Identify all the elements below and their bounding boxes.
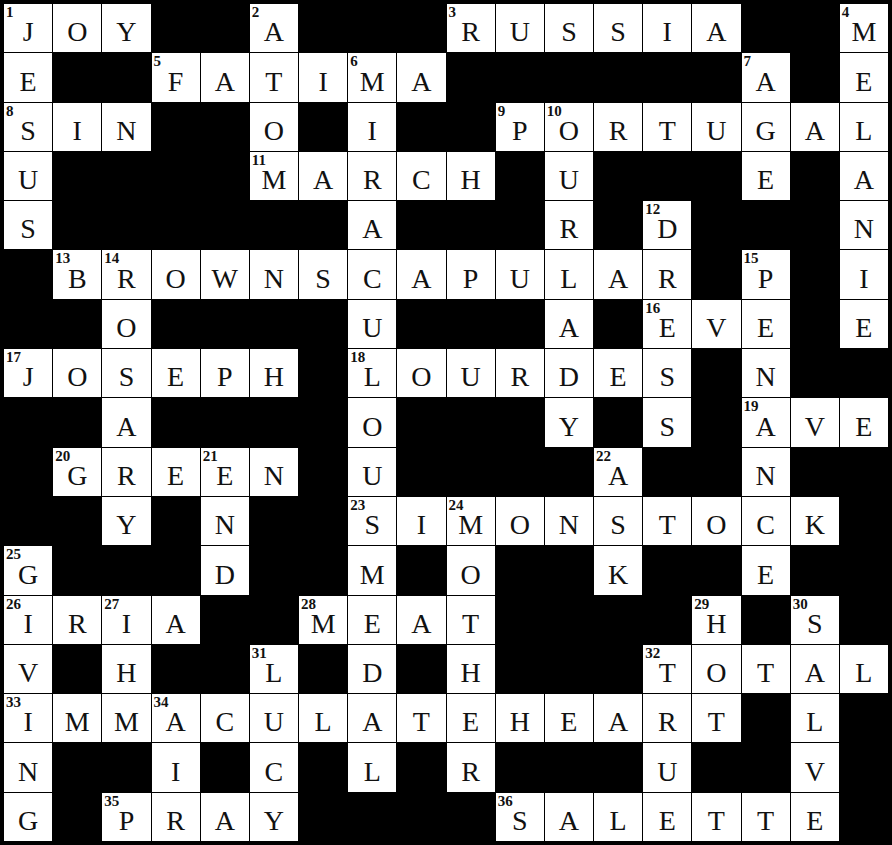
cell-r2c15	[692, 53, 740, 101]
cell-r14c18[interactable]: L	[840, 645, 888, 693]
cell-r13c4[interactable]: A	[152, 596, 200, 644]
cell-r12c18	[840, 546, 888, 594]
cell-r11c5[interactable]: N	[201, 497, 249, 545]
cell-r4c13	[594, 152, 642, 200]
cell-r16c17[interactable]: V	[791, 743, 839, 791]
clue-number: 16	[645, 300, 660, 317]
cell-r10c15	[692, 448, 740, 496]
clue-number: 11	[252, 152, 266, 169]
cell-letter: L	[364, 758, 381, 792]
cell-r6c11[interactable]: U	[496, 250, 544, 298]
cell-r17c3[interactable]: 35P	[102, 793, 150, 841]
cell-r8c6[interactable]: H	[250, 349, 298, 397]
cell-r6c4[interactable]: O	[152, 250, 200, 298]
cell-letter: E	[610, 363, 627, 397]
cell-r14c17[interactable]: A	[791, 645, 839, 693]
cell-letter: E	[757, 314, 774, 348]
cell-r3c13[interactable]: R	[594, 103, 642, 151]
cell-r15c15[interactable]: T	[692, 694, 740, 742]
cell-r10c9	[397, 448, 445, 496]
clue-number: 4	[842, 4, 850, 21]
cell-r14c6[interactable]: 31L	[250, 645, 298, 693]
cell-r14c15[interactable]: O	[692, 645, 740, 693]
cell-r7c14[interactable]: 16E	[643, 300, 691, 348]
cell-r14c3[interactable]: H	[102, 645, 150, 693]
cell-r10c6[interactable]: N	[250, 448, 298, 496]
cell-r3c6[interactable]: O	[250, 103, 298, 151]
cell-letter: R	[560, 215, 579, 249]
cell-r7c10	[447, 300, 495, 348]
cell-letter: G	[67, 462, 87, 496]
cell-r7c6	[250, 300, 298, 348]
cell-r15c9[interactable]: T	[397, 694, 445, 742]
cell-letter: D	[362, 659, 382, 693]
cell-r3c5	[201, 103, 249, 151]
cell-r17c6[interactable]: Y	[250, 793, 298, 841]
cell-r6c15	[692, 250, 740, 298]
cell-r11c9[interactable]: I	[397, 497, 445, 545]
cell-r15c10[interactable]: E	[447, 694, 495, 742]
cell-r15c12[interactable]: E	[545, 694, 593, 742]
cell-r3c12[interactable]: 10O	[545, 103, 593, 151]
cell-r12c17	[791, 546, 839, 594]
cell-r10c4[interactable]: E	[152, 448, 200, 496]
cell-r3c14[interactable]: T	[643, 103, 691, 151]
cell-r17c18	[840, 793, 888, 841]
cell-r12c16[interactable]: E	[742, 546, 790, 594]
cell-r13c17[interactable]: 30S	[791, 596, 839, 644]
cell-r4c16[interactable]: E	[742, 152, 790, 200]
cell-r11c12[interactable]: N	[545, 497, 593, 545]
cell-r15c5[interactable]: C	[201, 694, 249, 742]
cell-r11c4	[152, 497, 200, 545]
cell-letter: O	[411, 363, 431, 397]
cell-letter: A	[116, 413, 136, 447]
cell-r12c8[interactable]: M	[348, 546, 396, 594]
cell-r17c1[interactable]: G	[4, 793, 52, 841]
cell-r3c17[interactable]: A	[791, 103, 839, 151]
cell-letter: U	[362, 462, 382, 496]
cell-letter: A	[215, 68, 235, 102]
cell-r17c4[interactable]: R	[152, 793, 200, 841]
cell-letter: H	[510, 708, 530, 742]
cell-r5c16	[742, 201, 790, 249]
cell-r12c13[interactable]: K	[594, 546, 642, 594]
cell-r3c15[interactable]: U	[692, 103, 740, 151]
cell-r7c12[interactable]: A	[545, 300, 593, 348]
cell-r15c16	[742, 694, 790, 742]
cell-r12c1[interactable]: 25G	[4, 546, 52, 594]
cell-r15c11[interactable]: H	[496, 694, 544, 742]
cell-r4c1[interactable]: U	[4, 152, 52, 200]
cell-r1c10[interactable]: 3R	[447, 4, 495, 52]
cell-r8c10[interactable]: U	[447, 349, 495, 397]
clue-number: 6	[350, 53, 358, 70]
cell-r1c18[interactable]: 4M	[840, 4, 888, 52]
cell-r13c3[interactable]: 27I	[102, 596, 150, 644]
cell-r2c4[interactable]: 5F	[152, 53, 200, 101]
cell-r15c4[interactable]: 34A	[152, 694, 200, 742]
cell-r17c5[interactable]: A	[201, 793, 249, 841]
cell-r9c16[interactable]: 19A	[742, 398, 790, 446]
cell-letter: I	[171, 758, 180, 792]
cell-r16c16	[742, 743, 790, 791]
clue-number: 19	[744, 398, 759, 415]
cell-r11c13[interactable]: S	[594, 497, 642, 545]
cell-r11c15[interactable]: O	[692, 497, 740, 545]
cell-r13c10[interactable]: T	[447, 596, 495, 644]
cell-r8c1[interactable]: 17J	[4, 349, 52, 397]
cell-r16c11	[496, 743, 544, 791]
cell-r10c8[interactable]: U	[348, 448, 396, 496]
cell-r6c10[interactable]: P	[447, 250, 495, 298]
cell-r3c8[interactable]: I	[348, 103, 396, 151]
cell-r2c14	[643, 53, 691, 101]
cell-r3c16[interactable]: G	[742, 103, 790, 151]
cell-r5c10	[447, 201, 495, 249]
cell-r12c10[interactable]: O	[447, 546, 495, 594]
cell-r6c5[interactable]: W	[201, 250, 249, 298]
cell-r11c8[interactable]: 23S	[348, 497, 396, 545]
clue-number: 35	[104, 793, 119, 810]
cell-r15c6[interactable]: U	[250, 694, 298, 742]
cell-r13c8[interactable]: E	[348, 596, 396, 644]
cell-r13c15[interactable]: 29H	[692, 596, 740, 644]
cell-letter: P	[463, 265, 479, 299]
cell-r5c6	[250, 201, 298, 249]
cell-r15c2[interactable]: M	[53, 694, 101, 742]
cell-r17c14[interactable]: E	[643, 793, 691, 841]
cell-r6c16[interactable]: 15P	[742, 250, 790, 298]
cell-r4c3	[102, 152, 150, 200]
cell-r15c14[interactable]: R	[643, 694, 691, 742]
clue-number: 20	[55, 448, 70, 465]
cell-r14c8[interactable]: D	[348, 645, 396, 693]
cell-r2c1[interactable]: E	[4, 53, 52, 101]
cell-r10c1	[4, 448, 52, 496]
cell-letter: U	[264, 708, 284, 742]
cell-r10c13[interactable]: 22A	[594, 448, 642, 496]
cell-r11c14[interactable]: T	[643, 497, 691, 545]
cell-letter: U	[460, 363, 480, 397]
cell-r8c13[interactable]: E	[594, 349, 642, 397]
cell-r3c11[interactable]: 9P	[496, 103, 544, 151]
cell-letter: P	[512, 117, 528, 151]
cell-r8c8[interactable]: 18L	[348, 349, 396, 397]
clue-number: 2	[252, 4, 260, 21]
cell-r2c9[interactable]: A	[397, 53, 445, 101]
clue-number: 25	[6, 546, 21, 563]
clue-number: 30	[793, 596, 808, 613]
clue-number: 26	[6, 596, 21, 613]
cell-r8c9[interactable]: O	[397, 349, 445, 397]
cell-letter: A	[559, 807, 579, 841]
cell-r3c7	[299, 103, 347, 151]
cell-r15c13[interactable]: A	[594, 694, 642, 742]
cell-r13c9[interactable]: A	[397, 596, 445, 644]
clue-number: 14	[104, 250, 119, 267]
cell-r3c3[interactable]: N	[102, 103, 150, 151]
cell-r15c17[interactable]: L	[791, 694, 839, 742]
cell-r10c10	[447, 448, 495, 496]
cell-r12c15	[692, 546, 740, 594]
cell-r6c12[interactable]: L	[545, 250, 593, 298]
cell-r8c14[interactable]: S	[643, 349, 691, 397]
cell-letter: E	[462, 708, 479, 742]
clue-number: 33	[6, 694, 21, 711]
cell-letter: N	[559, 511, 579, 545]
cell-letter: A	[313, 166, 333, 200]
cell-r16c4[interactable]: I	[152, 743, 200, 791]
cell-r15c1[interactable]: 33I	[4, 694, 52, 742]
cell-r12c12	[545, 546, 593, 594]
cell-r14c14[interactable]: 32T	[643, 645, 691, 693]
cell-r9c3[interactable]: A	[102, 398, 150, 446]
cell-letter: U	[559, 166, 579, 200]
cell-r7c15[interactable]: V	[692, 300, 740, 348]
clue-number: 23	[350, 497, 365, 514]
cell-r9c18[interactable]: E	[840, 398, 888, 446]
clue-number: 22	[596, 448, 611, 465]
cell-r11c11[interactable]: O	[496, 497, 544, 545]
cell-r6c18[interactable]: I	[840, 250, 888, 298]
cell-r5c8[interactable]: A	[348, 201, 396, 249]
cell-r14c10[interactable]: H	[447, 645, 495, 693]
cell-letter: T	[659, 117, 676, 151]
cell-r17c15[interactable]: T	[692, 793, 740, 841]
clue-number: 7	[744, 53, 752, 70]
cell-r5c5	[201, 201, 249, 249]
cell-r4c11	[496, 152, 544, 200]
cell-r9c14[interactable]: S	[643, 398, 691, 446]
cell-r1c8	[348, 4, 396, 52]
cell-letter: U	[18, 166, 38, 200]
cell-r8c5[interactable]: P	[201, 349, 249, 397]
clue-number: 36	[498, 793, 513, 810]
cell-r1c6[interactable]: 2A	[250, 4, 298, 52]
cell-r4c6[interactable]: 11M	[250, 152, 298, 200]
cell-letter: L	[610, 807, 627, 841]
cell-r9c17[interactable]: V	[791, 398, 839, 446]
cell-r8c11[interactable]: R	[496, 349, 544, 397]
cell-r10c3[interactable]: R	[102, 448, 150, 496]
cell-r8c2[interactable]: O	[53, 349, 101, 397]
clue-number: 5	[154, 53, 162, 70]
cell-r4c14	[643, 152, 691, 200]
cell-r7c9	[397, 300, 445, 348]
cell-r6c7[interactable]: S	[299, 250, 347, 298]
cell-r8c4[interactable]: E	[152, 349, 200, 397]
cell-r6c3[interactable]: 14R	[102, 250, 150, 298]
cell-r9c7	[299, 398, 347, 446]
cell-letter: G	[18, 561, 38, 595]
cell-letter: A	[608, 708, 628, 742]
cell-r4c8[interactable]: R	[348, 152, 396, 200]
cell-r11c17[interactable]: K	[791, 497, 839, 545]
cell-r6c14[interactable]: R	[643, 250, 691, 298]
cell-r9c12[interactable]: Y	[545, 398, 593, 446]
cell-r12c5[interactable]: D	[201, 546, 249, 594]
cell-letter: M	[851, 18, 876, 52]
cell-letter: R	[117, 462, 136, 496]
cell-r2c7[interactable]: I	[299, 53, 347, 101]
cell-r11c3[interactable]: Y	[102, 497, 150, 545]
cell-letter: J	[23, 18, 34, 52]
cell-letter: S	[807, 610, 823, 644]
cell-letter: B	[68, 265, 87, 299]
cell-letter: C	[215, 708, 234, 742]
cell-r3c1[interactable]: 8S	[4, 103, 52, 151]
cell-letter: V	[706, 314, 726, 348]
cell-r8c3[interactable]: S	[102, 349, 150, 397]
cell-r1c1[interactable]: 1J	[4, 4, 52, 52]
cell-r8c18	[840, 349, 888, 397]
cell-r7c3[interactable]: O	[102, 300, 150, 348]
clue-number: 31	[252, 645, 267, 662]
cell-letter: L	[560, 265, 577, 299]
cell-r10c16[interactable]: N	[742, 448, 790, 496]
cell-r2c16[interactable]: 7A	[742, 53, 790, 101]
cell-letter: U	[657, 758, 677, 792]
cell-r13c7[interactable]: 28M	[299, 596, 347, 644]
cell-r3c18[interactable]: L	[840, 103, 888, 151]
cell-letter: O	[706, 511, 726, 545]
cell-r16c10[interactable]: R	[447, 743, 495, 791]
cell-r14c11	[496, 645, 544, 693]
cell-letter: N	[755, 363, 775, 397]
cell-r10c2[interactable]: 20G	[53, 448, 101, 496]
cell-letter: I	[122, 610, 131, 644]
cell-letter: S	[610, 18, 626, 52]
cell-r17c12[interactable]: A	[545, 793, 593, 841]
cell-r16c1[interactable]: N	[4, 743, 52, 791]
cell-letter: O	[706, 659, 726, 693]
cell-r4c10[interactable]: H	[447, 152, 495, 200]
cell-r16c14[interactable]: U	[643, 743, 691, 791]
cell-r10c5[interactable]: 21E	[201, 448, 249, 496]
cell-r14c12	[545, 645, 593, 693]
cell-r13c1[interactable]: 26I	[4, 596, 52, 644]
cell-r7c16[interactable]: E	[742, 300, 790, 348]
cell-r16c18	[840, 743, 888, 791]
cell-r17c17[interactable]: E	[791, 793, 839, 841]
cell-r14c7	[299, 645, 347, 693]
cell-letter: A	[805, 117, 825, 151]
cell-r5c11	[496, 201, 544, 249]
cell-r1c12[interactable]: S	[545, 4, 593, 52]
cell-letter: L	[855, 117, 872, 151]
cell-r10c18	[840, 448, 888, 496]
cell-r16c8[interactable]: L	[348, 743, 396, 791]
cell-r4c9[interactable]: C	[397, 152, 445, 200]
cell-r13c13	[594, 596, 642, 644]
cell-r6c8[interactable]: C	[348, 250, 396, 298]
cell-letter: T	[708, 708, 725, 742]
cell-r7c11	[496, 300, 544, 348]
cell-letter: C	[756, 511, 775, 545]
cell-r1c15[interactable]: A	[692, 4, 740, 52]
cell-r4c18[interactable]: A	[840, 152, 888, 200]
cell-letter: S	[659, 363, 675, 397]
cell-r1c13[interactable]: S	[594, 4, 642, 52]
cell-r14c1[interactable]: V	[4, 645, 52, 693]
cell-r2c11	[496, 53, 544, 101]
cell-r6c6[interactable]: N	[250, 250, 298, 298]
cell-r14c9	[397, 645, 445, 693]
cell-r7c2	[53, 300, 101, 348]
cell-r8c12[interactable]: D	[545, 349, 593, 397]
cell-r3c2[interactable]: I	[53, 103, 101, 151]
cell-r7c8[interactable]: U	[348, 300, 396, 348]
cell-r11c16[interactable]: C	[742, 497, 790, 545]
cell-letter: H	[116, 659, 136, 693]
cell-letter: O	[67, 18, 87, 52]
cell-r1c2[interactable]: O	[53, 4, 101, 52]
cell-r11c6	[250, 497, 298, 545]
cell-letter: S	[20, 117, 36, 151]
cell-r13c14	[643, 596, 691, 644]
cell-r5c1[interactable]: S	[4, 201, 52, 249]
cell-r17c11[interactable]: 36S	[496, 793, 544, 841]
cell-r3c9	[397, 103, 445, 151]
cell-letter: Y	[116, 18, 136, 52]
cell-r4c4	[152, 152, 200, 200]
cell-r7c18[interactable]: E	[840, 300, 888, 348]
cell-r11c10[interactable]: 24M	[447, 497, 495, 545]
cell-r15c7[interactable]: L	[299, 694, 347, 742]
cell-r15c8[interactable]: A	[348, 694, 396, 742]
cell-r1c11[interactable]: U	[496, 4, 544, 52]
cell-r5c18[interactable]: N	[840, 201, 888, 249]
cell-letter: E	[855, 413, 872, 447]
cell-letter: A	[215, 807, 235, 841]
cell-letter: O	[362, 413, 382, 447]
cell-r5c14[interactable]: 12D	[643, 201, 691, 249]
cell-r2c6[interactable]: T	[250, 53, 298, 101]
cell-letter: G	[755, 117, 775, 151]
cell-letter: E	[806, 807, 823, 841]
cell-r1c14[interactable]: I	[643, 4, 691, 52]
cell-r2c8[interactable]: 6M	[348, 53, 396, 101]
cell-letter: P	[758, 265, 774, 299]
cell-r1c3[interactable]: Y	[102, 4, 150, 52]
cell-r2c12	[545, 53, 593, 101]
cell-r16c6[interactable]: C	[250, 743, 298, 791]
cell-r6c9[interactable]: A	[397, 250, 445, 298]
cell-r6c13[interactable]: A	[594, 250, 642, 298]
cell-r6c2[interactable]: 13B	[53, 250, 101, 298]
cell-letter: V	[805, 413, 825, 447]
cell-letter: R	[363, 166, 382, 200]
cell-r15c3[interactable]: M	[102, 694, 150, 742]
cell-r17c16[interactable]: T	[742, 793, 790, 841]
clue-number: 10	[547, 103, 562, 120]
cell-r9c8[interactable]: O	[348, 398, 396, 446]
cell-r2c5[interactable]: A	[201, 53, 249, 101]
cell-r17c13[interactable]: L	[594, 793, 642, 841]
cell-r4c7[interactable]: A	[299, 152, 347, 200]
cell-letter: E	[659, 314, 676, 348]
cell-r17c8	[348, 793, 396, 841]
cell-letter: R	[117, 265, 136, 299]
cell-r10c7	[299, 448, 347, 496]
cell-r8c16[interactable]: N	[742, 349, 790, 397]
cell-r4c12[interactable]: U	[545, 152, 593, 200]
cell-r13c2[interactable]: R	[53, 596, 101, 644]
cell-r2c18[interactable]: E	[840, 53, 888, 101]
cell-r5c12[interactable]: R	[545, 201, 593, 249]
cell-r14c16[interactable]: T	[742, 645, 790, 693]
